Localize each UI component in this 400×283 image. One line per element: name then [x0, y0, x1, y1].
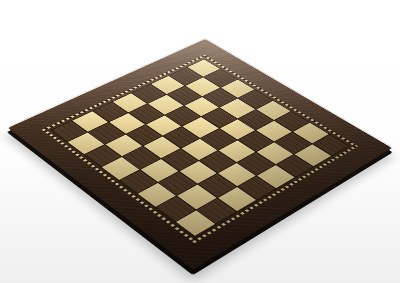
chess-board: [8, 39, 392, 269]
product-photo-stage: [0, 0, 400, 283]
board-frame: [8, 39, 392, 269]
